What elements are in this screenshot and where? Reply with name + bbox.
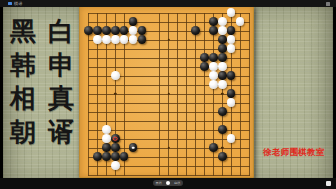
- black-stone: [209, 53, 218, 62]
- white-stone: [209, 71, 218, 80]
- black-stone: [120, 26, 129, 35]
- white-stone: [129, 35, 138, 44]
- white-stone: [209, 62, 218, 71]
- black-stone: [227, 71, 236, 80]
- white-stone: [227, 8, 236, 17]
- white-stone: [227, 35, 236, 44]
- black-stone: [129, 17, 138, 26]
- white-player-caption: 白申真谞: [46, 15, 76, 149]
- toggle-white-label: 白棋: [174, 180, 180, 186]
- white-stone: [129, 26, 138, 35]
- app-icon: [8, 2, 12, 6]
- corner-settings-icon[interactable]: [326, 181, 331, 186]
- black-stone: [111, 26, 120, 35]
- white-stone: [218, 17, 227, 26]
- black-stone: [93, 152, 102, 161]
- black-stone: [227, 26, 236, 35]
- black-stone: [191, 26, 200, 35]
- app-window: 棋谱 黑韩相朝 白申真谞 徐老师围棋教室 黑棋 白棋: [0, 0, 336, 189]
- black-stone: [218, 125, 227, 134]
- black-stone: [218, 35, 227, 44]
- white-stone: [227, 134, 236, 143]
- black-stone: [129, 143, 138, 152]
- white-stone: [111, 71, 120, 80]
- bottom-bar: 黑棋 白棋: [0, 178, 336, 189]
- white-stone: [236, 17, 245, 26]
- black-stone: [111, 152, 120, 161]
- black-stone: [111, 134, 120, 143]
- highlight-dot-marker: [132, 146, 135, 149]
- watermark-text: 徐老师围棋教室: [263, 147, 325, 159]
- window-menu-icon[interactable]: [326, 2, 330, 6]
- black-stone: [200, 53, 209, 62]
- black-stone: [138, 35, 147, 44]
- white-stone: [102, 134, 111, 143]
- white-stone: [111, 35, 120, 44]
- black-stone: [102, 152, 111, 161]
- last-move-marker: [113, 136, 118, 141]
- title-bar: 棋谱: [0, 0, 336, 7]
- white-stone: [227, 44, 236, 53]
- white-stone: [209, 80, 218, 89]
- black-stone: [84, 26, 93, 35]
- black-stone: [111, 143, 120, 152]
- white-stone: [102, 35, 111, 44]
- white-stone: [102, 125, 111, 134]
- black-stone: [218, 44, 227, 53]
- black-stone: [218, 71, 227, 80]
- color-toggle[interactable]: 黑棋 白棋: [153, 180, 183, 186]
- white-stone: [218, 80, 227, 89]
- white-stone: [227, 98, 236, 107]
- window-title: 棋谱: [14, 0, 22, 7]
- go-board[interactable]: [79, 6, 254, 178]
- toggle-knob[interactable]: [166, 181, 171, 186]
- white-stone: [93, 35, 102, 44]
- white-stone: [218, 26, 227, 35]
- black-stone: [209, 17, 218, 26]
- black-stone: [102, 143, 111, 152]
- black-stone: [120, 152, 129, 161]
- black-stone: [218, 107, 227, 116]
- black-stone: [227, 89, 236, 98]
- black-stone: [102, 26, 111, 35]
- black-stone: [93, 26, 102, 35]
- stones-layer: [84, 8, 254, 179]
- toggle-black-label: 黑棋: [156, 180, 162, 186]
- black-stone: [209, 143, 218, 152]
- white-stone: [111, 161, 120, 170]
- black-stone: [138, 26, 147, 35]
- black-stone: [209, 26, 218, 35]
- white-stone: [218, 62, 227, 71]
- black-player-caption: 黑韩相朝: [8, 15, 38, 149]
- white-stone: [120, 35, 129, 44]
- black-stone: [218, 152, 227, 161]
- black-stone: [218, 53, 227, 62]
- black-stone: [200, 62, 209, 71]
